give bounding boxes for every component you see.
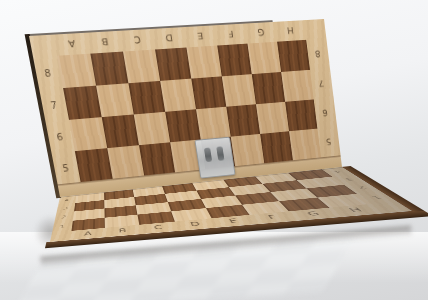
square-a7: [63, 86, 102, 120]
square-b6: [102, 114, 139, 148]
rank-label-1-left: 1: [53, 221, 71, 233]
file-label-h-upper: H: [275, 22, 306, 40]
clasp-screw-icon: [216, 146, 224, 161]
square-c7: [128, 81, 165, 115]
file-label-g-upper: G: [245, 24, 277, 42]
square-b7: [96, 83, 134, 117]
square-h7: [281, 70, 314, 102]
square-g5: [260, 131, 293, 163]
square-e7: [191, 76, 226, 109]
rank-label-6-right: 6: [315, 98, 336, 129]
square-a8: [57, 54, 96, 88]
clasp-screw-icon: [204, 147, 212, 162]
file-label-b-upper: B: [87, 33, 123, 52]
metal-clasp: [194, 137, 235, 179]
square-f6: [226, 104, 260, 136]
square-e8: [186, 46, 221, 79]
square-c6: [134, 112, 170, 145]
square-b8: [90, 52, 128, 86]
square-e6: [196, 107, 231, 140]
square-f7: [222, 74, 256, 107]
square-d6: [165, 109, 201, 142]
product-photo-stage: ABCDEFGH44332211 ABCDEFGH88776655: [0, 0, 428, 300]
square-b5: [107, 145, 144, 179]
square-f5: [231, 134, 265, 166]
square-g7: [252, 72, 285, 104]
square-c8: [123, 50, 160, 84]
square-c5: [139, 142, 175, 175]
file-label-d-upper: D: [152, 29, 186, 48]
square-a6: [69, 117, 107, 151]
rank-label-7-right: 7: [311, 68, 332, 99]
square-h5: [289, 129, 321, 161]
square-g6: [256, 102, 289, 134]
file-label-e-upper: E: [184, 27, 217, 45]
square-d8: [155, 47, 191, 80]
square-d7: [160, 79, 196, 112]
square-a5: [75, 148, 113, 182]
square-f8: [217, 44, 252, 77]
file-label-c-upper: C: [120, 31, 155, 50]
square-g8: [247, 42, 281, 74]
rank-label-8-right: 8: [307, 39, 328, 70]
file-label-f-upper: F: [215, 25, 248, 43]
file-label-a-upper: A: [53, 35, 90, 54]
square-h8: [277, 40, 310, 72]
rank-label-5-right: 5: [318, 127, 339, 157]
board-upper-half: ABCDEFGH88776655: [29, 19, 342, 197]
square-h6: [285, 99, 317, 131]
